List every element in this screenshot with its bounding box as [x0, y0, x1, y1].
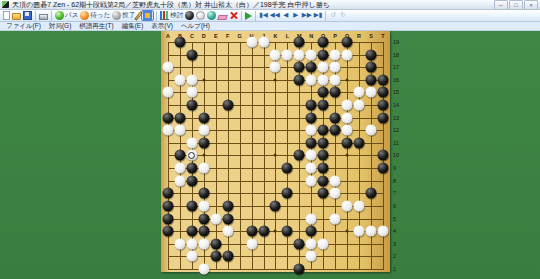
toolbar-separator: [241, 11, 242, 21]
stone-O17: [318, 62, 329, 73]
stone-B9: [174, 163, 185, 174]
stone-P15: [330, 87, 341, 98]
stone-J4: [258, 226, 269, 237]
back-icon: ◀: [282, 11, 290, 20]
goban[interactable]: ABCDEFGHJKLMNOPQRST: [161, 31, 390, 272]
stone-F5: [222, 213, 233, 224]
fast-back-button[interactable]: ◀◀: [269, 10, 281, 21]
row-label-4: 4: [393, 228, 396, 234]
open-button[interactable]: [11, 10, 22, 21]
stone-M1: [294, 263, 305, 274]
row-label-12: 12: [393, 127, 399, 133]
stone-D12: [198, 125, 209, 136]
stone-B3: [174, 238, 185, 249]
stone-T4: [377, 226, 388, 237]
row-label-19: 19: [393, 39, 399, 45]
fast-forward-button[interactable]: ▶▶: [301, 10, 313, 21]
stone-O18: [318, 49, 329, 60]
stone-P16: [330, 74, 341, 85]
stone-M18: [294, 49, 305, 60]
menu-help[interactable]: ヘルプ(H): [177, 22, 214, 31]
stone-C4: [186, 226, 197, 237]
stone-S15: [365, 87, 376, 98]
stone-J19: [258, 37, 269, 48]
stone-P7: [330, 188, 341, 199]
stone-A15: [163, 87, 174, 98]
star-point: [202, 78, 205, 81]
column-label-R: R: [357, 32, 361, 40]
menu-view[interactable]: 表示(V): [147, 22, 177, 31]
analyze-icon: [160, 11, 169, 20]
menu-file[interactable]: ファイル(F): [2, 22, 45, 31]
stone-N17: [306, 62, 317, 73]
back-button[interactable]: ◀: [281, 10, 291, 21]
column-label-T: T: [381, 32, 384, 40]
stone-N10: [306, 150, 317, 161]
app-icon: [2, 1, 9, 8]
stone-O19: [318, 37, 329, 48]
row-label-6: 6: [393, 203, 396, 209]
resign-button[interactable]: 投了: [111, 10, 136, 21]
first-move-button[interactable]: ▮◀: [258, 10, 269, 21]
forward-button[interactable]: ▶: [291, 10, 301, 21]
toolbar-separator: [51, 11, 52, 21]
stone-A7: [163, 188, 174, 199]
stone-A5: [163, 213, 174, 224]
column-label-A: A: [166, 32, 170, 40]
grid-line: [168, 256, 384, 257]
stone-F4: [222, 226, 233, 237]
stone-H3: [246, 238, 257, 249]
stone-N11: [306, 137, 317, 148]
stone-A17: [163, 62, 174, 73]
column-label-D: D: [202, 32, 206, 40]
star-point: [274, 154, 277, 157]
erase-icon: [217, 15, 228, 20]
stone-R11: [354, 137, 365, 148]
stone-C16: [186, 74, 197, 85]
stone-E3: [210, 238, 221, 249]
stone-A12: [163, 125, 174, 136]
stone-C14: [186, 100, 197, 111]
stone-O10: [318, 150, 329, 161]
row-label-10: 10: [393, 152, 399, 158]
stone-L9: [282, 163, 293, 174]
star-point: [274, 78, 277, 81]
stone-N12: [306, 125, 317, 136]
menu-game[interactable]: 対局(G): [45, 22, 75, 31]
first-move-icon: ▮◀: [259, 11, 268, 20]
stone-N18: [306, 49, 317, 60]
stone-B13: [174, 112, 185, 123]
stone-P8: [330, 175, 341, 186]
column-label-K: K: [273, 32, 277, 40]
workspace: ABCDEFGHJKLMNOPQRST 19181716151413121110…: [0, 31, 540, 279]
stone-D9: [198, 163, 209, 174]
stone-S16: [365, 74, 376, 85]
row-label-14: 14: [393, 102, 399, 108]
stone-L18: [282, 49, 293, 60]
column-label-L: L: [286, 32, 289, 40]
stone-A4: [163, 226, 174, 237]
row-label-16: 16: [393, 77, 399, 83]
column-label-S: S: [369, 32, 373, 40]
stone-R14: [354, 100, 365, 111]
stone-K17: [270, 62, 281, 73]
stone-M3: [294, 238, 305, 249]
stone-N4: [306, 226, 317, 237]
pass-label: パス: [65, 11, 78, 20]
last-move-icon: ▶▮: [314, 11, 323, 20]
window-controls: ─□×: [494, 0, 538, 10]
row-label-2: 2: [393, 253, 396, 259]
star-point: [346, 78, 349, 81]
stone-N9: [306, 163, 317, 174]
stone-N13: [306, 112, 317, 123]
stone-D7: [198, 188, 209, 199]
stone-L4: [282, 226, 293, 237]
stone-C3: [186, 238, 197, 249]
stone-Q19: [342, 37, 353, 48]
stone-C18: [186, 49, 197, 60]
stone-A6: [163, 200, 174, 211]
star-point: [346, 154, 349, 157]
stone-E2: [210, 251, 221, 262]
column-label-P: P: [333, 32, 337, 40]
stone-T15: [377, 87, 388, 98]
fast-forward-icon: ▶▶: [302, 11, 312, 20]
rotate-left-icon: ↺: [329, 11, 337, 20]
stone-Q14: [342, 100, 353, 111]
stone-O11: [318, 137, 329, 148]
stone-T9: [377, 163, 388, 174]
row-label-1: 1: [393, 266, 396, 272]
stone-D1: [198, 263, 209, 274]
stone-D11: [198, 137, 209, 148]
stone-Q18: [342, 49, 353, 60]
maximize-button[interactable]: □: [509, 0, 523, 10]
board-setup-icon: [143, 11, 152, 20]
stone-R4: [354, 226, 365, 237]
save-icon: [23, 11, 32, 20]
column-label-C: C: [190, 32, 194, 40]
place-white-icon: [196, 11, 205, 20]
stone-F14: [222, 100, 233, 111]
rotate-right-button[interactable]: ↻: [338, 10, 348, 21]
stop-button[interactable]: [228, 10, 239, 21]
stone-D3: [198, 238, 209, 249]
print-icon: [39, 14, 48, 20]
stone-C2: [186, 251, 197, 262]
stone-N16: [306, 74, 317, 85]
stone-B16: [174, 74, 185, 85]
column-label-F: F: [226, 32, 229, 40]
stone-S4: [365, 226, 376, 237]
stone-B19: [174, 37, 185, 48]
rotate-right-icon: ↻: [339, 11, 347, 20]
stone-Q12: [342, 125, 353, 136]
stone-N3: [306, 238, 317, 249]
stone-C10: [186, 150, 197, 161]
stop-icon: [229, 11, 238, 20]
stone-C9: [186, 163, 197, 174]
stone-C15: [186, 87, 197, 98]
titlebar: 天頂の囲碁7 Zen - 62期十段戦第2局／芝野虎丸十段（黒）対 井山裕太（白…: [0, 0, 540, 10]
stone-Q11: [342, 137, 353, 148]
stone-O12: [318, 125, 329, 136]
stone-K6: [270, 200, 281, 211]
app-window: 天頂の囲碁7 Zen - 62期十段戦第2局／芝野虎丸十段（黒）対 井山裕太（白…: [0, 0, 540, 279]
place-white-button[interactable]: [195, 10, 206, 21]
stone-M19: [294, 37, 305, 48]
menu-replay[interactable]: 棋譜再生(T): [75, 22, 117, 31]
new-icon: [3, 11, 10, 20]
row-label-8: 8: [393, 178, 396, 184]
resign-icon: [112, 11, 121, 20]
stone-R15: [354, 87, 365, 98]
row-label-15: 15: [393, 89, 399, 95]
print-button[interactable]: [38, 10, 49, 21]
stone-Q6: [342, 200, 353, 211]
undo-move-label: 待った: [90, 11, 110, 20]
stone-P18: [330, 49, 341, 60]
row-label-17: 17: [393, 64, 399, 70]
stone-S12: [365, 125, 376, 136]
territory-button[interactable]: [206, 10, 217, 21]
star-point: [346, 230, 349, 233]
pass-button[interactable]: パス: [54, 10, 79, 21]
place-black-button[interactable]: [184, 10, 195, 21]
stone-K18: [270, 49, 281, 60]
pass-icon: [55, 11, 64, 20]
row-label-3: 3: [393, 241, 396, 247]
stone-N8: [306, 175, 317, 186]
new-button[interactable]: [2, 10, 11, 21]
window-title: 天頂の囲碁7 Zen - 62期十段戦第2局／芝野虎丸十段（黒）対 井山裕太（白…: [12, 0, 491, 10]
stone-T10: [377, 150, 388, 161]
board-setup-button[interactable]: [141, 10, 154, 21]
stone-O9: [318, 163, 329, 174]
stone-O16: [318, 74, 329, 85]
stone-O14: [318, 100, 329, 111]
menu-edit[interactable]: 編集(E): [118, 22, 148, 31]
undo-move-button[interactable]: 待った: [79, 10, 111, 21]
stone-M17: [294, 62, 305, 73]
fast-back-icon: ◀◀: [270, 11, 280, 20]
toolbar-separator: [255, 11, 256, 21]
stone-R6: [354, 200, 365, 211]
stone-B10: [174, 150, 185, 161]
column-label-E: E: [214, 32, 218, 40]
stone-O8: [318, 175, 329, 186]
last-move-marker: [188, 152, 195, 159]
stone-C8: [186, 175, 197, 186]
stone-P12: [330, 125, 341, 136]
stone-B8: [174, 175, 185, 186]
stone-D13: [198, 112, 209, 123]
stone-D6: [198, 200, 209, 211]
stone-B12: [174, 125, 185, 136]
stone-T16: [377, 74, 388, 85]
stone-N14: [306, 100, 317, 111]
stone-C11: [186, 137, 197, 148]
open-icon: [12, 13, 21, 20]
row-label-13: 13: [393, 115, 399, 121]
star-point: [274, 230, 277, 233]
save-button[interactable]: [22, 10, 33, 21]
row-label-7: 7: [393, 190, 396, 196]
stone-S7: [365, 188, 376, 199]
toolbar-separator: [35, 11, 36, 21]
stone-D5: [198, 213, 209, 224]
stone-N2: [306, 251, 317, 262]
stone-E5: [210, 213, 221, 224]
stone-S17: [365, 62, 376, 73]
stone-D4: [198, 226, 209, 237]
stone-L7: [282, 188, 293, 199]
erase-button[interactable]: [217, 10, 228, 21]
analyze-button[interactable]: 検討: [159, 10, 184, 21]
stone-S18: [365, 49, 376, 60]
toolbar-separator: [156, 11, 157, 21]
grid-line: [168, 181, 384, 182]
stone-Q13: [342, 112, 353, 123]
close-button[interactable]: ×: [524, 0, 538, 10]
column-label-G: G: [237, 32, 241, 40]
play-button[interactable]: [244, 10, 253, 21]
stone-C6: [186, 200, 197, 211]
row-label-9: 9: [393, 165, 396, 171]
stone-T14: [377, 100, 388, 111]
stone-O3: [318, 238, 329, 249]
stone-F6: [222, 200, 233, 211]
stone-H4: [246, 226, 257, 237]
stone-O15: [318, 87, 329, 98]
stone-A13: [163, 112, 174, 123]
play-icon: [245, 12, 252, 20]
territory-icon: [207, 11, 216, 20]
row-label-11: 11: [393, 140, 399, 146]
stone-T13: [377, 112, 388, 123]
rotate-left-button[interactable]: ↺: [328, 10, 338, 21]
stone-F2: [222, 251, 233, 262]
stone-P17: [330, 62, 341, 73]
stone-H19: [246, 37, 257, 48]
minimize-button[interactable]: ─: [494, 0, 508, 10]
toolbar-separator: [325, 11, 326, 21]
last-move-button[interactable]: ▶▮: [313, 10, 324, 21]
toolbar: パス待った投了検討▮◀◀◀◀▶▶▶▶▮↺↻: [0, 10, 540, 22]
undo-move-icon: [80, 11, 89, 20]
forward-icon: ▶: [292, 11, 300, 20]
stone-N5: [306, 213, 317, 224]
stone-M16: [294, 74, 305, 85]
analyze-label: 検討: [170, 11, 183, 20]
place-black-icon: [185, 11, 194, 20]
stone-P13: [330, 112, 341, 123]
stone-P5: [330, 213, 341, 224]
column-label-N: N: [309, 32, 313, 40]
star-point: [202, 154, 205, 157]
row-label-18: 18: [393, 52, 399, 58]
stone-O7: [318, 188, 329, 199]
row-label-5: 5: [393, 216, 396, 222]
stone-M10: [294, 150, 305, 161]
menubar: ファイル(F)対局(G)棋譜再生(T)編集(E)表示(V)ヘルプ(H): [0, 22, 540, 31]
